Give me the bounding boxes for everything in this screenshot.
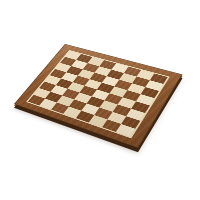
playing-field (28, 51, 168, 137)
board-inlay-border (26, 50, 170, 138)
product-photo-stage (0, 0, 200, 200)
chess-board (14, 44, 182, 148)
